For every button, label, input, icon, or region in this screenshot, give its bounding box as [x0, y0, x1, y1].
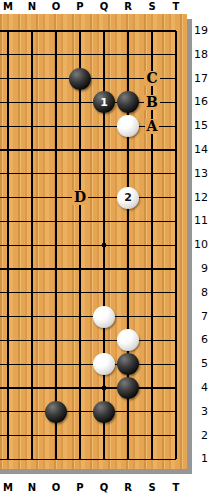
coords-top-label: Q — [100, 0, 109, 14]
coords-right-label: 18 — [189, 48, 208, 62]
stone-black-Q16[interactable]: 1 — [93, 91, 115, 113]
coords-bottom-label: O — [52, 481, 61, 495]
stone-white-R6[interactable] — [117, 329, 139, 351]
coords-right-label: 11 — [189, 214, 208, 228]
coords-bottom-label: M — [3, 481, 13, 495]
coords-right-label: 6 — [189, 333, 208, 347]
coords-top-label: O — [52, 0, 61, 14]
coords-bottom-label: P — [76, 481, 83, 495]
coords-top-label: M — [3, 0, 13, 14]
coords-right-label: 12 — [189, 191, 208, 205]
coords-right-label: 17 — [189, 72, 208, 86]
coords-right-label: 19 — [189, 24, 208, 38]
coords-top-label: S — [148, 0, 155, 14]
move-number: 2 — [124, 191, 132, 204]
move-number: 1 — [100, 96, 108, 109]
coords-bottom-label: N — [28, 481, 36, 495]
coords-right-label: 16 — [189, 95, 208, 109]
coords-right-label: 10 — [189, 238, 208, 252]
go-board[interactable]: 12CBAD — [0, 14, 187, 469]
coords-top-label: P — [76, 0, 83, 14]
coords-right-label: 1 — [189, 452, 208, 466]
coords-right-label: 8 — [189, 286, 208, 300]
coords-bottom-label: R — [124, 481, 132, 495]
coords-right-label: 5 — [189, 357, 208, 371]
stone-white-R12[interactable]: 2 — [117, 187, 139, 209]
board-grid: 12CBAD — [0, 19, 188, 471]
coords-right-label: 14 — [189, 143, 208, 157]
stone-black-O3[interactable] — [45, 401, 67, 423]
stone-black-P17[interactable] — [69, 68, 91, 90]
coords-bottom-label: T — [173, 481, 180, 495]
label-A: A — [145, 119, 160, 134]
stone-black-R16[interactable] — [117, 91, 139, 113]
coords-right-label: 2 — [189, 429, 208, 443]
coords-right-label: 7 — [189, 310, 208, 324]
coords-right-label: 15 — [189, 119, 208, 133]
coords-top-label: R — [124, 0, 132, 14]
coords-bottom: MNOPQRST — [0, 481, 212, 495]
coords-right: 19181716151413121110987654321 — [189, 0, 211, 500]
go-diagram: MNOPQRST 12CBAD 191817161514131211109876… — [0, 0, 212, 500]
stone-white-R15[interactable] — [117, 115, 139, 137]
coords-right-label: 4 — [189, 381, 208, 395]
coords-bottom-label: S — [148, 481, 155, 495]
stone-black-R4[interactable] — [117, 377, 139, 399]
label-D: D — [72, 190, 88, 205]
coords-right-label: 13 — [189, 167, 208, 181]
stone-white-Q5[interactable] — [93, 353, 115, 375]
coords-top: MNOPQRST — [0, 0, 212, 14]
label-B: B — [144, 95, 160, 110]
stone-black-R5[interactable] — [117, 353, 139, 375]
coords-bottom-label: Q — [100, 481, 109, 495]
label-C: C — [144, 71, 159, 86]
coords-right-label: 9 — [189, 262, 208, 276]
coords-top-label: T — [173, 0, 180, 14]
coords-right-label: 3 — [189, 405, 208, 419]
stone-black-Q3[interactable] — [93, 401, 115, 423]
coords-top-label: N — [28, 0, 36, 14]
stone-white-Q7[interactable] — [93, 306, 115, 328]
